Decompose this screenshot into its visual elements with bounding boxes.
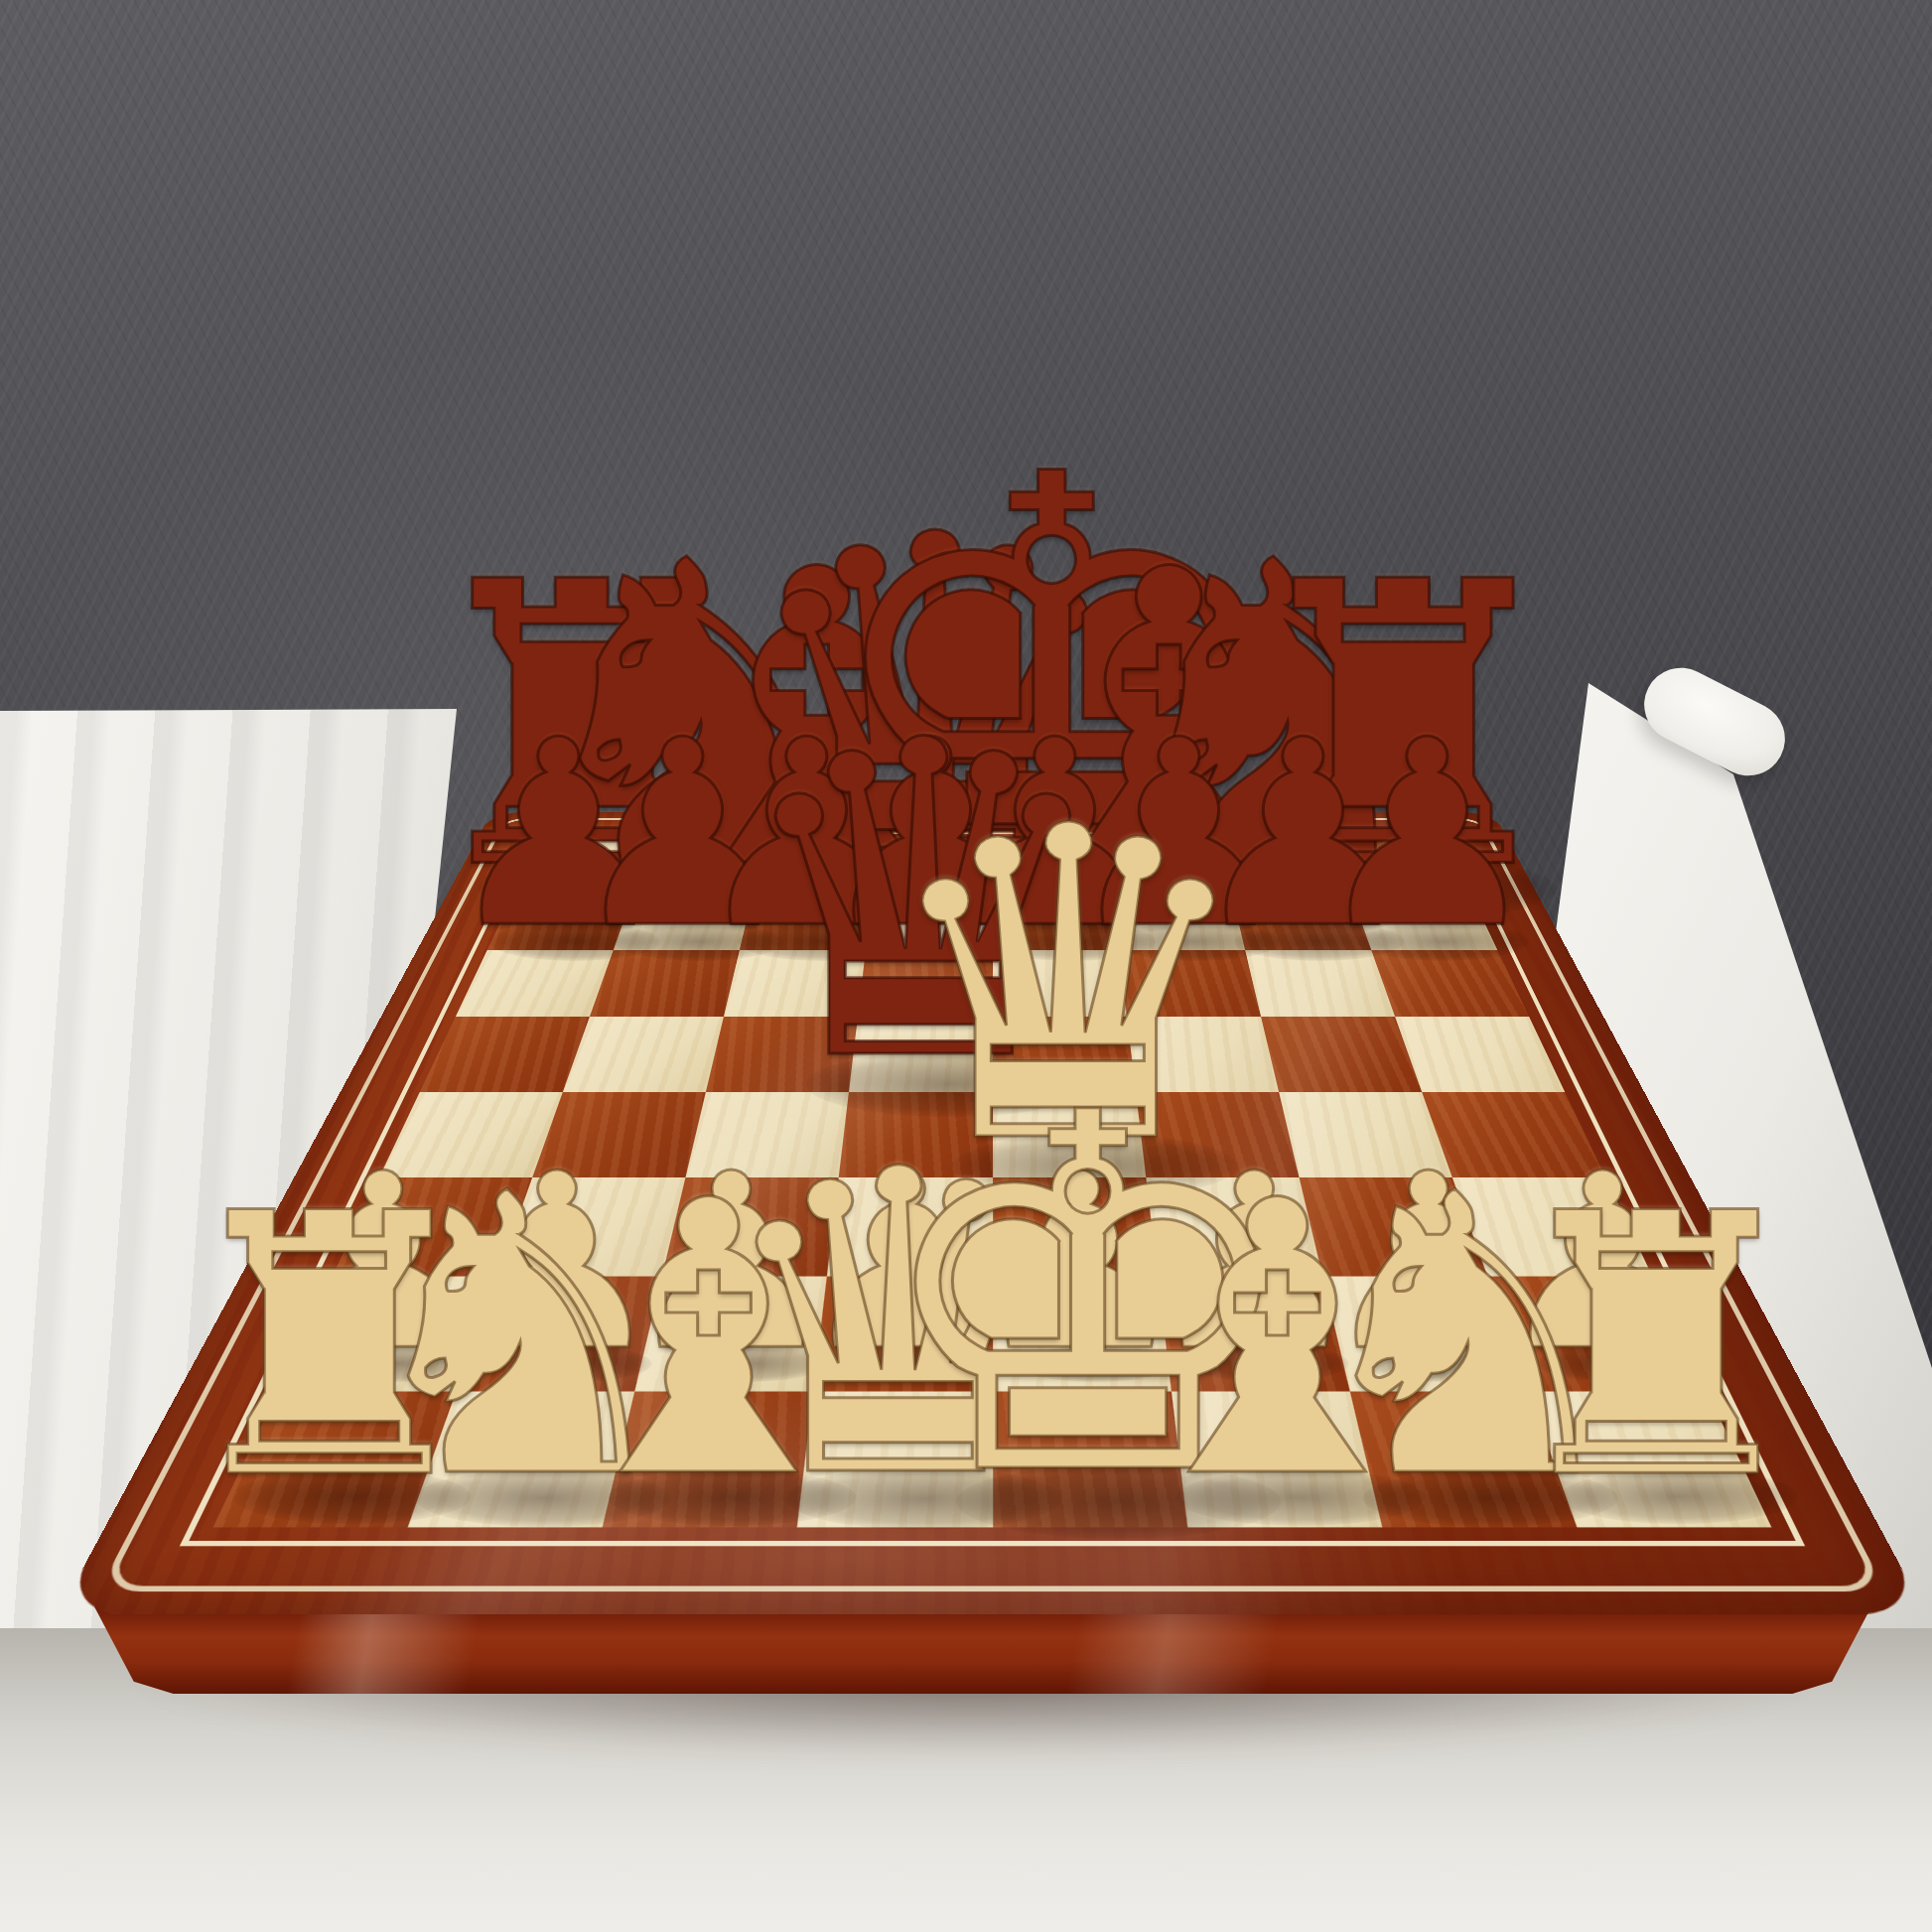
piece-white-rook-h1[interactable]: ♜ bbox=[1494, 1167, 1818, 1528]
board-front-edge bbox=[83, 1606, 1882, 1694]
square-b5[interactable] bbox=[563, 1017, 724, 1092]
pawn-glyph: ♟ bbox=[1311, 706, 1542, 963]
rook-glyph: ♜ bbox=[1494, 1167, 1818, 1528]
chess-photo-scene: ♜♞♝♛♚♝♞♜♟♟♟♟♟♟♟♟♛♛♟♟♟♟♟♟♟♟♜♞♝♛♚♝♞♜ bbox=[0, 0, 1932, 1932]
piece-red-pawn-h7[interactable]: ♟ bbox=[1311, 706, 1542, 963]
